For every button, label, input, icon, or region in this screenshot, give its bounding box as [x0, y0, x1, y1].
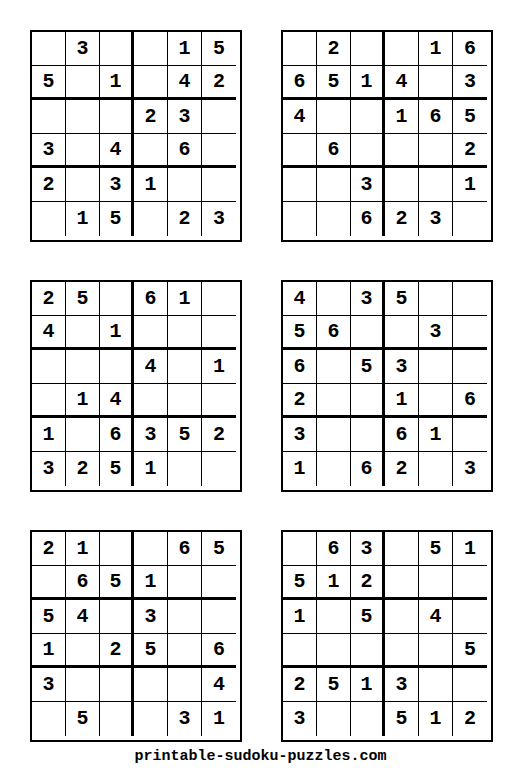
- p6-cell-r3c5: 4: [419, 600, 453, 634]
- p4-cell-r2c5: 3: [419, 316, 453, 350]
- p3-cell-r3c4: 4: [134, 350, 168, 384]
- p5-cell-r6c6: 1: [202, 702, 236, 736]
- p3-cell-r6c5: [168, 452, 202, 486]
- p3-cell-r3c5: [168, 350, 202, 384]
- p4-cell-r1c2: [317, 282, 351, 316]
- footer-url: printable-sudoku-puzzles.com: [0, 749, 521, 765]
- p6-cell-r4c1: [283, 634, 317, 668]
- p2-cell-r5c3: 3: [351, 168, 385, 202]
- p1-cell-r5c2: [66, 168, 100, 202]
- p1-cell-r4c3: 4: [100, 134, 134, 168]
- p4-cell-r3c5: [419, 350, 453, 384]
- p3-cell-r1c5: 1: [168, 282, 202, 316]
- p2-cell-r2c5: [419, 66, 453, 100]
- p1-cell-r3c5: 3: [168, 100, 202, 134]
- p4-cell-r5c2: [317, 418, 351, 452]
- p2-cell-r4c1: [283, 134, 317, 168]
- p6-cell-r2c4: [385, 566, 419, 600]
- p1-cell-r2c3: 1: [100, 66, 134, 100]
- p3-cell-r2c5: [168, 316, 202, 350]
- p1-cell-r2c5: 4: [168, 66, 202, 100]
- p6-cell-r3c4: [385, 600, 419, 634]
- p4-cell-r2c1: 5: [283, 316, 317, 350]
- p2-cell-r6c4: 2: [385, 202, 419, 236]
- p1-cell-r5c3: 3: [100, 168, 134, 202]
- p2-cell-r4c3: [351, 134, 385, 168]
- p3-cell-r3c1: [32, 350, 66, 384]
- p2-cell-r3c2: [317, 100, 351, 134]
- p6-cell-r3c6: [453, 600, 487, 634]
- p4-cell-r4c1: 2: [283, 384, 317, 418]
- p6-cell-r4c2: [317, 634, 351, 668]
- p5-cell-r6c5: 3: [168, 702, 202, 736]
- p2-cell-r3c5: 6: [419, 100, 453, 134]
- p2-cell-r3c1: 4: [283, 100, 317, 134]
- sudoku-board-6: 6351512154525133512: [281, 530, 493, 742]
- p5-cell-r1c5: 6: [168, 532, 202, 566]
- p2-cell-r1c6: 6: [453, 32, 487, 66]
- p5-cell-r3c2: 4: [66, 600, 100, 634]
- p5-cell-r3c3: [100, 600, 134, 634]
- p4-cell-r3c2: [317, 350, 351, 384]
- p1-cell-r5c1: 2: [32, 168, 66, 202]
- p3-cell-r4c2: 1: [66, 384, 100, 418]
- p5-cell-r4c5: [168, 634, 202, 668]
- p1-cell-r3c4: 2: [134, 100, 168, 134]
- p3-cell-r1c4: 6: [134, 282, 168, 316]
- p3-cell-r2c3: 1: [100, 316, 134, 350]
- p6-cell-r4c6: 5: [453, 634, 487, 668]
- p6-cell-r1c5: 5: [419, 532, 453, 566]
- p2-cell-r1c4: [385, 32, 419, 66]
- p6-cell-r5c2: 5: [317, 668, 351, 702]
- p3-cell-r3c3: [100, 350, 134, 384]
- p3-cell-r1c6: [202, 282, 236, 316]
- p3-cell-r4c1: [32, 384, 66, 418]
- p6-cell-r6c1: 3: [283, 702, 317, 736]
- p6-cell-r2c3: 2: [351, 566, 385, 600]
- p5-cell-r5c6: 4: [202, 668, 236, 702]
- p3-cell-r6c4: 1: [134, 452, 168, 486]
- p3-cell-r5c5: 5: [168, 418, 202, 452]
- p2-cell-r1c1: [283, 32, 317, 66]
- p6-cell-r2c1: 5: [283, 566, 317, 600]
- p1-cell-r6c5: 2: [168, 202, 202, 236]
- p4-cell-r6c3: 6: [351, 452, 385, 486]
- p4-cell-r3c3: 5: [351, 350, 385, 384]
- p2-cell-r2c4: 4: [385, 66, 419, 100]
- p6-cell-r3c2: [317, 600, 351, 634]
- p6-cell-r2c2: 1: [317, 566, 351, 600]
- p1-cell-r5c4: 1: [134, 168, 168, 202]
- p5-cell-r1c6: 5: [202, 532, 236, 566]
- p2-cell-r1c3: [351, 32, 385, 66]
- p5-cell-r5c3: [100, 668, 134, 702]
- p5-cell-r5c2: [66, 668, 100, 702]
- p6-cell-r1c4: [385, 532, 419, 566]
- p3-cell-r5c4: 3: [134, 418, 168, 452]
- p3-cell-r3c6: 1: [202, 350, 236, 384]
- p1-cell-r4c1: 3: [32, 134, 66, 168]
- p4-cell-r3c6: [453, 350, 487, 384]
- p1-cell-r1c5: 1: [168, 32, 202, 66]
- p6-cell-r1c2: 6: [317, 532, 351, 566]
- p2-cell-r4c6: 2: [453, 134, 487, 168]
- p5-cell-r3c6: [202, 600, 236, 634]
- p1-cell-r1c4: [134, 32, 168, 66]
- p4-cell-r6c6: 3: [453, 452, 487, 486]
- p5-cell-r6c4: [134, 702, 168, 736]
- p5-cell-r2c1: [32, 566, 66, 600]
- p5-cell-r2c6: [202, 566, 236, 600]
- p2-cell-r5c5: [419, 168, 453, 202]
- p1-cell-r6c1: [32, 202, 66, 236]
- p3-cell-r5c3: 6: [100, 418, 134, 452]
- p2-cell-r6c6: [453, 202, 487, 236]
- p5-cell-r4c6: 6: [202, 634, 236, 668]
- p5-cell-r1c1: 2: [32, 532, 66, 566]
- p3-cell-r5c6: 2: [202, 418, 236, 452]
- p4-cell-r5c6: [453, 418, 487, 452]
- sudoku-board-5: 2165651543125634531: [30, 530, 242, 742]
- p3-cell-r4c5: [168, 384, 202, 418]
- p3-cell-r6c3: 5: [100, 452, 134, 486]
- p6-cell-r1c3: 3: [351, 532, 385, 566]
- p1-cell-r2c6: 2: [202, 66, 236, 100]
- p6-cell-r5c5: [419, 668, 453, 702]
- sudoku-board-4: 4355636532163611623: [281, 280, 493, 492]
- p5-cell-r5c1: 3: [32, 668, 66, 702]
- p2-cell-r6c1: [283, 202, 317, 236]
- p2-cell-r2c3: 1: [351, 66, 385, 100]
- p5-cell-r1c3: [100, 532, 134, 566]
- p1-cell-r4c5: 6: [168, 134, 202, 168]
- p1-cell-r4c6: [202, 134, 236, 168]
- p6-cell-r6c2: [317, 702, 351, 736]
- p4-cell-r4c4: 1: [385, 384, 419, 418]
- p4-cell-r4c6: 6: [453, 384, 487, 418]
- p4-cell-r4c5: [419, 384, 453, 418]
- p2-cell-r1c2: 2: [317, 32, 351, 66]
- p4-cell-r6c5: [419, 452, 453, 486]
- sudoku-board-1: 3155142233462311523: [30, 30, 242, 242]
- p2-cell-r5c1: [283, 168, 317, 202]
- p1-cell-r3c6: [202, 100, 236, 134]
- p5-cell-r2c4: 1: [134, 566, 168, 600]
- p6-cell-r3c1: 1: [283, 600, 317, 634]
- p6-cell-r4c4: [385, 634, 419, 668]
- p1-cell-r6c6: 3: [202, 202, 236, 236]
- p5-cell-r6c1: [32, 702, 66, 736]
- p4-cell-r5c3: [351, 418, 385, 452]
- p6-cell-r5c6: [453, 668, 487, 702]
- p3-cell-r2c2: [66, 316, 100, 350]
- p1-cell-r3c3: [100, 100, 134, 134]
- p3-cell-r4c3: 4: [100, 384, 134, 418]
- p5-cell-r3c5: [168, 600, 202, 634]
- p6-cell-r4c5: [419, 634, 453, 668]
- p2-cell-r3c6: 5: [453, 100, 487, 134]
- p5-cell-r1c2: 1: [66, 532, 100, 566]
- sudoku-board-2: 2166514341656231623: [281, 30, 493, 242]
- p2-cell-r1c5: 1: [419, 32, 453, 66]
- p4-cell-r5c1: 3: [283, 418, 317, 452]
- p4-cell-r1c3: 3: [351, 282, 385, 316]
- p4-cell-r5c4: 6: [385, 418, 419, 452]
- p2-cell-r2c2: 5: [317, 66, 351, 100]
- p3-cell-r4c4: [134, 384, 168, 418]
- p5-cell-r4c1: 1: [32, 634, 66, 668]
- p6-cell-r6c6: 2: [453, 702, 487, 736]
- p2-cell-r5c2: [317, 168, 351, 202]
- p5-cell-r1c4: [134, 532, 168, 566]
- p3-cell-r1c2: 5: [66, 282, 100, 316]
- p6-cell-r6c5: 1: [419, 702, 453, 736]
- p1-cell-r1c6: 5: [202, 32, 236, 66]
- p5-cell-r4c3: 2: [100, 634, 134, 668]
- p3-cell-r5c2: [66, 418, 100, 452]
- p5-cell-r4c2: [66, 634, 100, 668]
- p2-cell-r3c3: [351, 100, 385, 134]
- p2-cell-r5c4: [385, 168, 419, 202]
- p4-cell-r2c6: [453, 316, 487, 350]
- p5-cell-r3c1: 5: [32, 600, 66, 634]
- p6-cell-r2c5: [419, 566, 453, 600]
- p1-cell-r3c2: [66, 100, 100, 134]
- p4-cell-r4c3: [351, 384, 385, 418]
- p4-cell-r3c4: 3: [385, 350, 419, 384]
- p1-cell-r4c4: [134, 134, 168, 168]
- p4-cell-r1c6: [453, 282, 487, 316]
- p2-cell-r3c4: 1: [385, 100, 419, 134]
- p2-cell-r4c4: [385, 134, 419, 168]
- p5-cell-r5c4: [134, 668, 168, 702]
- p1-cell-r6c4: [134, 202, 168, 236]
- p6-cell-r1c1: [283, 532, 317, 566]
- p5-cell-r5c5: [168, 668, 202, 702]
- p3-cell-r2c6: [202, 316, 236, 350]
- p6-cell-r6c4: 5: [385, 702, 419, 736]
- p6-cell-r5c4: 3: [385, 668, 419, 702]
- p1-cell-r2c4: [134, 66, 168, 100]
- p2-cell-r6c3: 6: [351, 202, 385, 236]
- p6-cell-r5c1: 2: [283, 668, 317, 702]
- p3-cell-r3c2: [66, 350, 100, 384]
- p6-cell-r6c3: [351, 702, 385, 736]
- p3-cell-r6c6: [202, 452, 236, 486]
- p5-cell-r6c2: 5: [66, 702, 100, 736]
- p6-cell-r2c6: [453, 566, 487, 600]
- p4-cell-r6c1: 1: [283, 452, 317, 486]
- p3-cell-r5c1: 1: [32, 418, 66, 452]
- p3-cell-r1c1: 2: [32, 282, 66, 316]
- p5-cell-r4c4: 5: [134, 634, 168, 668]
- p6-cell-r5c3: 1: [351, 668, 385, 702]
- p3-cell-r6c1: 3: [32, 452, 66, 486]
- p3-cell-r2c1: 4: [32, 316, 66, 350]
- p4-cell-r5c5: 1: [419, 418, 453, 452]
- p1-cell-r6c3: 5: [100, 202, 134, 236]
- p3-cell-r4c6: [202, 384, 236, 418]
- p1-cell-r5c5: [168, 168, 202, 202]
- p3-cell-r6c2: 2: [66, 452, 100, 486]
- p1-cell-r1c2: 3: [66, 32, 100, 66]
- p1-cell-r1c1: [32, 32, 66, 66]
- p4-cell-r2c3: [351, 316, 385, 350]
- p6-cell-r4c3: [351, 634, 385, 668]
- p6-cell-r3c3: 5: [351, 600, 385, 634]
- p1-cell-r5c6: [202, 168, 236, 202]
- p4-cell-r2c4: [385, 316, 419, 350]
- p2-cell-r4c5: [419, 134, 453, 168]
- p4-cell-r4c2: [317, 384, 351, 418]
- p5-cell-r2c2: 6: [66, 566, 100, 600]
- p5-cell-r3c4: 3: [134, 600, 168, 634]
- p4-cell-r1c4: 5: [385, 282, 419, 316]
- p2-cell-r2c6: 3: [453, 66, 487, 100]
- p1-cell-r4c2: [66, 134, 100, 168]
- p4-cell-r3c1: 6: [283, 350, 317, 384]
- sudoku-board-3: 2561414114163523251: [30, 280, 242, 492]
- p3-cell-r2c4: [134, 316, 168, 350]
- p2-cell-r5c6: 1: [453, 168, 487, 202]
- p2-cell-r4c2: 6: [317, 134, 351, 168]
- p1-cell-r1c3: [100, 32, 134, 66]
- p1-cell-r6c2: 1: [66, 202, 100, 236]
- p5-cell-r2c3: 5: [100, 566, 134, 600]
- p4-cell-r6c4: 2: [385, 452, 419, 486]
- p1-cell-r2c1: 5: [32, 66, 66, 100]
- p4-cell-r1c5: [419, 282, 453, 316]
- p2-cell-r6c5: 3: [419, 202, 453, 236]
- p1-cell-r2c2: [66, 66, 100, 100]
- p1-cell-r3c1: [32, 100, 66, 134]
- p4-cell-r2c2: 6: [317, 316, 351, 350]
- p2-cell-r2c1: 6: [283, 66, 317, 100]
- p2-cell-r6c2: [317, 202, 351, 236]
- p5-cell-r6c3: [100, 702, 134, 736]
- p3-cell-r1c3: [100, 282, 134, 316]
- p4-cell-r6c2: [317, 452, 351, 486]
- p4-cell-r1c1: 4: [283, 282, 317, 316]
- p5-cell-r2c5: [168, 566, 202, 600]
- p6-cell-r1c6: 1: [453, 532, 487, 566]
